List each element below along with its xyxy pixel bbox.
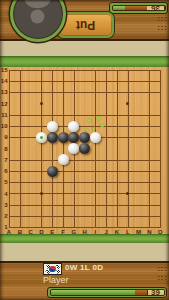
white-stone-G10 bbox=[68, 121, 79, 132]
game-screen: 36 Put 151413121110987654321ABCDEFGHIJKL… bbox=[0, 0, 169, 300]
black-stone-F9 bbox=[58, 132, 69, 143]
row-label: 11 bbox=[0, 112, 8, 118]
black-stone-H9 bbox=[79, 132, 90, 143]
row-label: 2 bbox=[0, 213, 8, 219]
row-label: 13 bbox=[0, 89, 8, 95]
col-label: B bbox=[15, 229, 25, 235]
rivet-dots bbox=[157, 16, 167, 22]
top-player-bar: 36 Put bbox=[0, 0, 169, 41]
row-label: 8 bbox=[0, 146, 8, 152]
star-point bbox=[40, 192, 43, 195]
row-label: 6 bbox=[0, 168, 8, 174]
row-label: 14 bbox=[0, 78, 8, 84]
black-stone-E9 bbox=[47, 132, 58, 143]
board-frame-top bbox=[0, 56, 169, 67]
row-label: 5 bbox=[0, 179, 8, 185]
top-player-avatar[interactable] bbox=[10, 0, 66, 42]
bottom-timer-value: 39 bbox=[147, 290, 164, 295]
board-frame-bottom bbox=[0, 234, 169, 243]
row-label: 3 bbox=[0, 202, 8, 208]
col-label: L bbox=[123, 229, 133, 235]
person-icon bbox=[19, 0, 58, 31]
col-label: O bbox=[155, 229, 165, 235]
row-label: 10 bbox=[0, 123, 8, 129]
white-stone-I9 bbox=[90, 132, 101, 143]
player-name: Player bbox=[43, 275, 69, 285]
col-label: K bbox=[112, 229, 122, 235]
black-stone-E6 bbox=[47, 166, 58, 177]
put-button-label: Put bbox=[76, 18, 95, 32]
rivet-dots bbox=[157, 266, 167, 272]
row-label: 4 bbox=[0, 191, 8, 197]
south-korea-flag-icon bbox=[43, 263, 62, 275]
row-label: 7 bbox=[0, 157, 8, 163]
row-label: 15 bbox=[0, 67, 8, 73]
row-label: 12 bbox=[0, 101, 8, 107]
top-timer-value: 36 bbox=[147, 6, 165, 11]
col-label: G bbox=[69, 229, 79, 235]
col-label: J bbox=[101, 229, 111, 235]
rivet-dots bbox=[157, 275, 167, 281]
col-label: A bbox=[4, 229, 14, 235]
bottom-player-timer: 39 bbox=[47, 287, 167, 299]
white-stone-E10 bbox=[47, 121, 58, 132]
timer-remaining-fill bbox=[51, 290, 135, 295]
timer-depleted-fill bbox=[135, 290, 147, 295]
top-player-timer: 36 bbox=[109, 2, 168, 14]
last-move-marker bbox=[40, 136, 44, 140]
rivet-dots bbox=[157, 25, 167, 31]
timer-depleted-fill bbox=[125, 6, 147, 11]
timer-remaining-fill bbox=[113, 6, 125, 11]
col-label: F bbox=[58, 229, 68, 235]
col-label: E bbox=[47, 229, 57, 235]
col-label: D bbox=[36, 229, 46, 235]
white-stone-F7 bbox=[58, 154, 69, 165]
col-label: M bbox=[134, 229, 144, 235]
col-label: C bbox=[26, 229, 36, 235]
col-label: I bbox=[90, 229, 100, 235]
white-stone-D9 bbox=[36, 132, 47, 143]
col-label: N bbox=[144, 229, 154, 235]
win-loss-record: 0W 1L 0D bbox=[65, 263, 103, 272]
row-label: 9 bbox=[0, 134, 8, 140]
col-label: H bbox=[80, 229, 90, 235]
